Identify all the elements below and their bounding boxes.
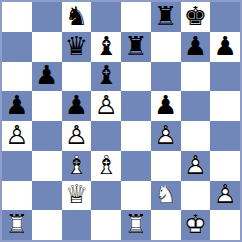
piece-glyph: ♟ (5, 93, 28, 119)
square-a6[interactable] (2, 62, 32, 92)
square-f6[interactable] (151, 62, 181, 92)
square-c5[interactable]: ♟ (62, 91, 92, 121)
square-a1[interactable]: ♜♖ (2, 210, 32, 240)
square-e5[interactable] (121, 91, 151, 121)
piece-outline: ♖ (124, 212, 147, 238)
square-g2[interactable] (181, 181, 211, 211)
piece-outline: ♔ (184, 212, 207, 238)
piece-outline: ♙ (154, 122, 177, 148)
piece-outline: ♕ (65, 182, 88, 208)
piece-outline: ♙ (94, 93, 117, 119)
square-b5[interactable] (32, 91, 62, 121)
square-d5[interactable]: ♟♙ (91, 91, 121, 121)
black-pawn[interactable]: ♟ (32, 62, 62, 92)
square-h3[interactable] (210, 151, 240, 181)
piece-glyph: ♛ (65, 33, 88, 59)
piece-glyph: ♚ (184, 3, 207, 29)
square-f5[interactable]: ♟ (151, 91, 181, 121)
white-pawn[interactable]: ♟♙ (151, 121, 181, 151)
piece-outline: ♘ (154, 182, 177, 208)
square-c3[interactable]: ♝♗ (62, 151, 92, 181)
black-bishop[interactable]: ♝ (91, 32, 121, 62)
square-g6[interactable] (181, 62, 211, 92)
square-f4[interactable]: ♟♙ (151, 121, 181, 151)
square-b6[interactable]: ♟ (32, 62, 62, 92)
piece-outline: ♙ (5, 122, 28, 148)
square-c6[interactable] (62, 62, 92, 92)
square-b7[interactable] (32, 32, 62, 62)
square-c2[interactable]: ♛♕ (62, 181, 92, 211)
square-c8[interactable]: ♞ (62, 2, 92, 32)
white-king[interactable]: ♚♔ (181, 210, 211, 240)
piece-outline: ♖ (5, 212, 28, 238)
square-h1[interactable] (210, 210, 240, 240)
piece-glyph: ♜ (154, 3, 177, 29)
piece-outline: ♙ (213, 182, 236, 208)
piece-glyph: ♟ (154, 93, 177, 119)
piece-glyph: ♞ (65, 3, 88, 29)
black-knight[interactable]: ♞ (62, 2, 92, 32)
white-pawn[interactable]: ♟♙ (2, 121, 32, 151)
piece-glyph: ♟ (213, 33, 236, 59)
square-h5[interactable] (210, 91, 240, 121)
piece-outline: ♙ (184, 152, 207, 178)
square-f2[interactable]: ♞♘ (151, 181, 181, 211)
white-rook[interactable]: ♜♖ (2, 210, 32, 240)
black-pawn[interactable]: ♟ (2, 91, 32, 121)
black-bishop[interactable]: ♝ (91, 62, 121, 92)
square-d2[interactable] (91, 181, 121, 211)
square-b3[interactable] (32, 151, 62, 181)
square-g1[interactable]: ♚♔ (181, 210, 211, 240)
square-e4[interactable] (121, 121, 151, 151)
square-d4[interactable] (91, 121, 121, 151)
black-pawn[interactable]: ♟ (62, 91, 92, 121)
square-c7[interactable]: ♛ (62, 32, 92, 62)
square-g4[interactable] (181, 121, 211, 151)
white-pawn[interactable]: ♟♙ (181, 151, 211, 181)
black-pawn[interactable]: ♟ (151, 91, 181, 121)
square-h4[interactable] (210, 121, 240, 151)
square-f7[interactable] (151, 32, 181, 62)
square-a4[interactable]: ♟♙ (2, 121, 32, 151)
white-bishop[interactable]: ♝♗ (91, 151, 121, 181)
black-rook[interactable]: ♜ (121, 32, 151, 62)
square-a5[interactable]: ♟ (2, 91, 32, 121)
piece-glyph: ♝ (94, 33, 117, 59)
square-a8[interactable] (2, 2, 32, 32)
white-pawn[interactable]: ♟♙ (62, 121, 92, 151)
square-c1[interactable] (62, 210, 92, 240)
piece-outline: ♙ (65, 122, 88, 148)
black-pawn[interactable]: ♟ (181, 32, 211, 62)
square-f3[interactable] (151, 151, 181, 181)
square-f8[interactable]: ♜ (151, 2, 181, 32)
piece-glyph: ♟ (65, 93, 88, 119)
square-e7[interactable]: ♜ (121, 32, 151, 62)
square-b1[interactable] (32, 210, 62, 240)
white-pawn[interactable]: ♟♙ (210, 181, 240, 211)
square-e6[interactable] (121, 62, 151, 92)
piece-outline: ♗ (65, 152, 88, 178)
black-queen[interactable]: ♛ (62, 32, 92, 62)
black-rook[interactable]: ♜ (151, 2, 181, 32)
square-f1[interactable] (151, 210, 181, 240)
square-h2[interactable]: ♟♙ (210, 181, 240, 211)
piece-outline: ♗ (94, 152, 117, 178)
square-c4[interactable]: ♟♙ (62, 121, 92, 151)
square-e8[interactable] (121, 2, 151, 32)
square-g5[interactable] (181, 91, 211, 121)
square-d7[interactable]: ♝ (91, 32, 121, 62)
piece-glyph: ♝ (94, 63, 117, 89)
white-bishop[interactable]: ♝♗ (62, 151, 92, 181)
square-b4[interactable] (32, 121, 62, 151)
black-king[interactable]: ♚ (181, 2, 211, 32)
square-g7[interactable]: ♟ (181, 32, 211, 62)
square-h7[interactable]: ♟ (210, 32, 240, 62)
square-b8[interactable] (32, 2, 62, 32)
square-g8[interactable]: ♚ (181, 2, 211, 32)
black-pawn[interactable]: ♟ (210, 32, 240, 62)
square-d3[interactable]: ♝♗ (91, 151, 121, 181)
square-a2[interactable] (2, 181, 32, 211)
white-rook[interactable]: ♜♖ (121, 210, 151, 240)
square-b2[interactable] (32, 181, 62, 211)
white-knight[interactable]: ♞♘ (151, 181, 181, 211)
square-e2[interactable] (121, 181, 151, 211)
white-queen[interactable]: ♛♕ (62, 181, 92, 211)
square-d6[interactable]: ♝ (91, 62, 121, 92)
square-h8[interactable] (210, 2, 240, 32)
square-e1[interactable]: ♜♖ (121, 210, 151, 240)
square-a3[interactable] (2, 151, 32, 181)
chess-board: ♞♜♚♛♝♜♟♟♟♝♟♟♟♙♟♟♙♟♙♟♙♝♗♝♗♟♙♛♕♞♘♟♙♜♖♜♖♚♔ (0, 0, 242, 242)
square-d8[interactable] (91, 2, 121, 32)
square-d1[interactable] (91, 210, 121, 240)
white-pawn[interactable]: ♟♙ (91, 91, 121, 121)
piece-glyph: ♜ (124, 33, 147, 59)
square-h6[interactable] (210, 62, 240, 92)
square-e3[interactable] (121, 151, 151, 181)
square-a7[interactable] (2, 32, 32, 62)
square-g3[interactable]: ♟♙ (181, 151, 211, 181)
piece-glyph: ♟ (184, 33, 207, 59)
piece-glyph: ♟ (35, 63, 58, 89)
